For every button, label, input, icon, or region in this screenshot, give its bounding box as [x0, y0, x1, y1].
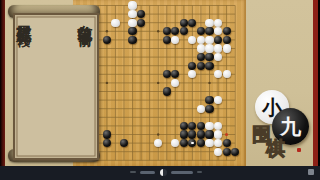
black-stone — [205, 96, 213, 104]
white-player-column: 白绝艺高高手 — [77, 13, 93, 26]
white-stone — [205, 44, 213, 52]
star-point — [208, 82, 210, 84]
logo-outline-char-qi: 棋 — [266, 136, 285, 162]
black-player-rank: 九段 — [17, 24, 31, 26]
white-stone — [205, 139, 213, 147]
black-stone — [231, 148, 239, 156]
black-stone — [163, 36, 171, 44]
star-point — [157, 82, 159, 84]
white-player-name: 绝艺 — [76, 14, 94, 16]
black-stone — [205, 130, 213, 138]
fullscreen-icon[interactable] — [308, 169, 314, 175]
black-stone — [223, 148, 231, 156]
black-stone — [137, 19, 145, 27]
white-stone — [128, 1, 136, 9]
progress-dash-left — [130, 171, 136, 173]
white-stone — [128, 10, 136, 18]
progress-dash-right — [197, 171, 202, 173]
star-point — [106, 82, 108, 84]
black-stone — [205, 27, 213, 35]
white-stone — [223, 70, 231, 78]
black-stone — [180, 122, 188, 130]
black-stone — [205, 105, 213, 113]
control-text-right — [171, 171, 193, 175]
star-point — [106, 30, 108, 32]
white-stone — [111, 19, 119, 27]
white-stone — [205, 122, 213, 130]
star-point — [157, 30, 159, 32]
white-stone — [223, 44, 231, 52]
black-stone — [205, 53, 213, 61]
black-stone — [103, 36, 111, 44]
black-stone — [128, 27, 136, 35]
black-stone — [197, 130, 205, 138]
video-frame: 白绝艺高高手 黑范廷钰九段 小 九 围 棋 — [0, 0, 320, 180]
black-stone — [223, 36, 231, 44]
black-stone — [103, 130, 111, 138]
white-stone — [214, 19, 222, 27]
control-text-left — [140, 171, 155, 175]
white-stone — [197, 36, 205, 44]
black-stone — [180, 19, 188, 27]
white-stone — [214, 148, 222, 156]
black-stone — [197, 62, 205, 70]
white-stone — [197, 105, 205, 113]
star-point — [157, 133, 159, 135]
black-stone — [214, 36, 222, 44]
white-stone — [214, 130, 222, 138]
black-player-name: 范廷钰 — [15, 14, 33, 17]
white-stone — [128, 19, 136, 27]
white-stone — [205, 19, 213, 27]
black-player-column: 黑范廷钰九段 — [16, 13, 32, 26]
white-stone — [214, 44, 222, 52]
black-stone — [163, 87, 171, 95]
player-scroll-panel: 白绝艺高高手 黑范廷钰九段 — [6, 4, 103, 164]
white-stone — [197, 44, 205, 52]
white-stone — [214, 122, 222, 130]
play-toggle-icon[interactable] — [160, 169, 167, 176]
white-stone — [205, 36, 213, 44]
black-stone — [205, 62, 213, 70]
white-player-title: 高高手 — [78, 23, 92, 26]
black-stone — [223, 139, 231, 147]
logo-red-seal — [297, 148, 301, 152]
left-edge-strip — [0, 0, 5, 166]
black-stone — [223, 27, 231, 35]
player-control-bar[interactable] — [0, 166, 320, 180]
scroll-paper — [13, 13, 99, 160]
black-stone — [128, 36, 136, 44]
black-stone — [197, 122, 205, 130]
black-stone — [180, 130, 188, 138]
